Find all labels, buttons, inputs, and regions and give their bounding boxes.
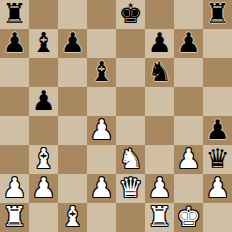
square-h7[interactable] [203, 29, 232, 58]
square-a2[interactable]: ♟ [0, 174, 29, 203]
square-a3[interactable] [0, 145, 29, 174]
square-d5[interactable] [87, 87, 116, 116]
square-f4[interactable] [145, 116, 174, 145]
piece-black-pawn[interactable]: ♟ [205, 116, 229, 144]
square-b8[interactable] [29, 0, 58, 29]
piece-white-pawn[interactable]: ♟ [89, 116, 113, 144]
square-c1[interactable]: ♝ [58, 203, 87, 232]
square-e8[interactable]: ♚ [116, 0, 145, 29]
square-h8[interactable]: ♜ [203, 0, 232, 29]
square-d6[interactable]: ♝ [87, 58, 116, 87]
square-a7[interactable]: ♟ [0, 29, 29, 58]
square-a4[interactable] [0, 116, 29, 145]
piece-white-pawn[interactable]: ♟ [176, 145, 200, 173]
chess-board: ♜♚♜♟♝♟♟♟♝♞♟♟♟♝♞♟♛♟♟♟♛♟♟♜♝♜♚ [0, 0, 232, 232]
square-b3[interactable]: ♝ [29, 145, 58, 174]
square-g6[interactable] [174, 58, 203, 87]
square-e2[interactable]: ♛ [116, 174, 145, 203]
square-g5[interactable] [174, 87, 203, 116]
square-e7[interactable] [116, 29, 145, 58]
square-c8[interactable] [58, 0, 87, 29]
square-f5[interactable] [145, 87, 174, 116]
square-f7[interactable]: ♟ [145, 29, 174, 58]
square-h5[interactable] [203, 87, 232, 116]
square-g7[interactable]: ♟ [174, 29, 203, 58]
piece-white-bishop[interactable]: ♝ [31, 145, 55, 173]
square-b7[interactable]: ♝ [29, 29, 58, 58]
piece-black-queen[interactable]: ♛ [205, 145, 229, 173]
square-c2[interactable] [58, 174, 87, 203]
square-g3[interactable]: ♟ [174, 145, 203, 174]
square-c4[interactable] [58, 116, 87, 145]
piece-black-bishop[interactable]: ♝ [89, 58, 113, 86]
square-f1[interactable]: ♜ [145, 203, 174, 232]
piece-black-rook[interactable]: ♜ [2, 0, 26, 28]
square-b2[interactable]: ♟ [29, 174, 58, 203]
piece-white-king[interactable]: ♚ [176, 203, 200, 231]
square-d3[interactable] [87, 145, 116, 174]
square-f6[interactable]: ♞ [145, 58, 174, 87]
square-d1[interactable] [87, 203, 116, 232]
piece-black-pawn[interactable]: ♟ [60, 29, 84, 57]
square-a6[interactable] [0, 58, 29, 87]
square-d2[interactable]: ♟ [87, 174, 116, 203]
square-f3[interactable] [145, 145, 174, 174]
square-e5[interactable] [116, 87, 145, 116]
piece-black-pawn[interactable]: ♟ [147, 29, 171, 57]
square-a8[interactable]: ♜ [0, 0, 29, 29]
piece-white-knight[interactable]: ♞ [118, 145, 142, 173]
square-c5[interactable] [58, 87, 87, 116]
square-a1[interactable]: ♜ [0, 203, 29, 232]
piece-black-pawn[interactable]: ♟ [176, 29, 200, 57]
square-e6[interactable] [116, 58, 145, 87]
piece-white-queen[interactable]: ♛ [118, 174, 142, 202]
square-h4[interactable]: ♟ [203, 116, 232, 145]
square-f8[interactable] [145, 0, 174, 29]
square-h6[interactable] [203, 58, 232, 87]
square-b5[interactable]: ♟ [29, 87, 58, 116]
square-g2[interactable] [174, 174, 203, 203]
piece-black-pawn[interactable]: ♟ [31, 87, 55, 115]
square-g8[interactable] [174, 0, 203, 29]
square-d4[interactable]: ♟ [87, 116, 116, 145]
piece-white-rook[interactable]: ♜ [2, 203, 26, 231]
square-d7[interactable] [87, 29, 116, 58]
piece-white-rook[interactable]: ♜ [147, 203, 171, 231]
square-e4[interactable] [116, 116, 145, 145]
square-h1[interactable] [203, 203, 232, 232]
square-h2[interactable]: ♟ [203, 174, 232, 203]
square-e1[interactable] [116, 203, 145, 232]
square-g4[interactable] [174, 116, 203, 145]
square-c6[interactable] [58, 58, 87, 87]
square-d8[interactable] [87, 0, 116, 29]
piece-white-bishop[interactable]: ♝ [60, 203, 84, 231]
piece-black-king[interactable]: ♚ [118, 0, 142, 28]
square-g1[interactable]: ♚ [174, 203, 203, 232]
square-b6[interactable] [29, 58, 58, 87]
piece-black-pawn[interactable]: ♟ [2, 29, 26, 57]
piece-black-bishop[interactable]: ♝ [31, 29, 55, 57]
square-c3[interactable] [58, 145, 87, 174]
piece-black-knight[interactable]: ♞ [147, 58, 171, 86]
square-a5[interactable] [0, 87, 29, 116]
square-e3[interactable]: ♞ [116, 145, 145, 174]
piece-white-pawn[interactable]: ♟ [205, 174, 229, 202]
piece-white-pawn[interactable]: ♟ [89, 174, 113, 202]
square-c7[interactable]: ♟ [58, 29, 87, 58]
square-h3[interactable]: ♛ [203, 145, 232, 174]
piece-white-pawn[interactable]: ♟ [147, 174, 171, 202]
square-b4[interactable] [29, 116, 58, 145]
piece-white-pawn[interactable]: ♟ [2, 174, 26, 202]
piece-black-rook[interactable]: ♜ [205, 0, 229, 28]
square-b1[interactable] [29, 203, 58, 232]
square-f2[interactable]: ♟ [145, 174, 174, 203]
piece-white-pawn[interactable]: ♟ [31, 174, 55, 202]
